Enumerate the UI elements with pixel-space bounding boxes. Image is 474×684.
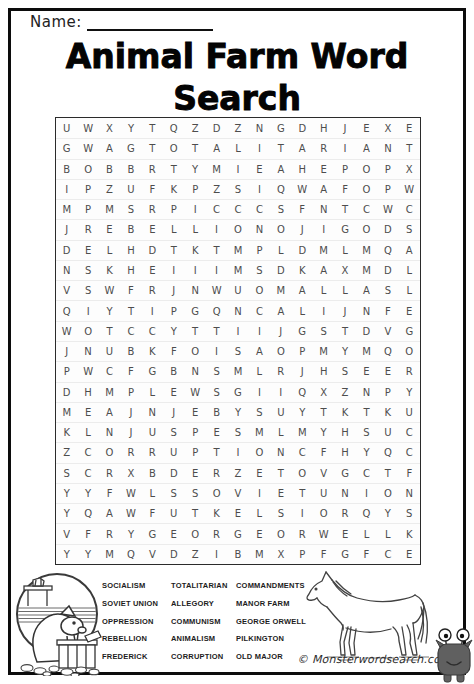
grid-cell-r16c11[interactable]: L (270, 422, 291, 442)
grid-cell-r9c12[interactable]: A (292, 280, 313, 300)
grid-cell-r6c4[interactable]: B (120, 219, 141, 239)
grid-cell-r19c16[interactable]: O (377, 483, 398, 503)
grid-cell-r21c13[interactable]: W (313, 523, 334, 543)
grid-cell-r6c3[interactable]: E (99, 219, 120, 239)
grid-cell-r12c5[interactable]: K (142, 341, 163, 361)
grid-cell-r13c6[interactable]: B (163, 361, 184, 381)
grid-cell-r6c2[interactable]: R (77, 219, 98, 239)
grid-cell-r15c2[interactable]: E (77, 402, 98, 422)
grid-cell-r15c14[interactable]: K (334, 402, 355, 422)
grid-cell-r7c7[interactable]: K (184, 240, 205, 260)
grid-cell-r2c6[interactable]: O (163, 138, 184, 158)
grid-cell-r12c8[interactable]: I (206, 341, 227, 361)
grid-cell-r7c11[interactable]: L (270, 240, 291, 260)
grid-cell-r22c9[interactable]: B (227, 544, 248, 564)
grid-cell-r11c1[interactable]: W (56, 321, 77, 341)
grid-cell-r13c15[interactable]: E (356, 361, 377, 381)
grid-cell-r9c3[interactable]: W (99, 280, 120, 300)
grid-cell-r17c3[interactable]: O (99, 442, 120, 462)
grid-cell-r16c4[interactable]: J (120, 422, 141, 442)
grid-cell-r2c8[interactable]: A (206, 138, 227, 158)
grid-cell-r20c10[interactable]: L (249, 503, 270, 523)
grid-cell-r3c13[interactable]: E (313, 159, 334, 179)
grid-cell-r12c16[interactable]: Q (377, 341, 398, 361)
grid-cell-r21c11[interactable]: O (270, 523, 291, 543)
grid-cell-r2c7[interactable]: T (184, 138, 205, 158)
grid-cell-r21c1[interactable]: V (56, 523, 77, 543)
grid-cell-r18c6[interactable]: D (163, 463, 184, 483)
grid-cell-r1c16[interactable]: X (377, 118, 398, 138)
grid-cell-r6c15[interactable]: O (356, 219, 377, 239)
grid-cell-r11c13[interactable]: S (313, 321, 334, 341)
grid-cell-r21c6[interactable]: E (163, 523, 184, 543)
grid-cell-r22c3[interactable]: M (99, 544, 120, 564)
grid-cell-r12c1[interactable]: J (56, 341, 77, 361)
grid-cell-r15c6[interactable]: J (163, 402, 184, 422)
grid-cell-r17c6[interactable]: U (163, 442, 184, 462)
grid-cell-r4c5[interactable]: F (142, 179, 163, 199)
grid-cell-r17c5[interactable]: R (142, 442, 163, 462)
grid-cell-r2c9[interactable]: L (227, 138, 248, 158)
grid-cell-r17c7[interactable]: P (184, 442, 205, 462)
grid-cell-r10c8[interactable]: Q (206, 300, 227, 320)
grid-cell-r7c8[interactable]: T (206, 240, 227, 260)
grid-cell-r19c9[interactable]: V (227, 483, 248, 503)
grid-cell-r1c7[interactable]: Z (184, 118, 205, 138)
grid-cell-r10c5[interactable]: I (142, 300, 163, 320)
grid-cell-r16c10[interactable]: M (249, 422, 270, 442)
grid-cell-r15c10[interactable]: S (249, 402, 270, 422)
grid-cell-r4c15[interactable]: O (356, 179, 377, 199)
grid-cell-r4c11[interactable]: Q (270, 179, 291, 199)
grid-cell-r11c3[interactable]: T (99, 321, 120, 341)
grid-cell-r10c10[interactable]: C (249, 300, 270, 320)
grid-cell-r3c14[interactable]: P (334, 159, 355, 179)
grid-cell-r6c11[interactable]: O (270, 219, 291, 239)
grid-cell-r16c16[interactable]: U (377, 422, 398, 442)
grid-cell-r5c4[interactable]: S (120, 199, 141, 219)
grid-cell-r21c12[interactable]: R (292, 523, 313, 543)
grid-cell-r8c17[interactable]: L (399, 260, 420, 280)
grid-cell-r15c1[interactable]: M (56, 402, 77, 422)
grid-cell-r2c4[interactable]: G (120, 138, 141, 158)
grid-cell-r6c8[interactable]: I (206, 219, 227, 239)
grid-cell-r7c4[interactable]: H (120, 240, 141, 260)
grid-cell-r1c6[interactable]: Q (163, 118, 184, 138)
grid-cell-r3c12[interactable]: H (292, 159, 313, 179)
grid-cell-r13c1[interactable]: P (56, 361, 77, 381)
grid-cell-r13c4[interactable]: F (120, 361, 141, 381)
grid-cell-r16c14[interactable]: H (334, 422, 355, 442)
grid-cell-r6c12[interactable]: J (292, 219, 313, 239)
grid-cell-r10c15[interactable]: N (356, 300, 377, 320)
grid-cell-r13c14[interactable]: S (334, 361, 355, 381)
grid-cell-r14c3[interactable]: M (99, 382, 120, 402)
grid-cell-r4c14[interactable]: F (334, 179, 355, 199)
grid-cell-r22c2[interactable]: Y (77, 544, 98, 564)
grid-cell-r14c13[interactable]: X (313, 382, 334, 402)
grid-cell-r20c16[interactable]: Y (377, 503, 398, 523)
grid-cell-r2c16[interactable]: N (377, 138, 398, 158)
grid-cell-r19c12[interactable]: T (292, 483, 313, 503)
grid-cell-r15c17[interactable]: U (399, 402, 420, 422)
grid-cell-r15c5[interactable]: N (142, 402, 163, 422)
grid-cell-r18c13[interactable]: V (313, 463, 334, 483)
grid-cell-r17c12[interactable]: C (292, 442, 313, 462)
grid-cell-r9c8[interactable]: W (206, 280, 227, 300)
grid-cell-r18c4[interactable]: X (120, 463, 141, 483)
grid-cell-r3c4[interactable]: B (120, 159, 141, 179)
grid-cell-r8c7[interactable]: I (184, 260, 205, 280)
grid-cell-r12c7[interactable]: O (184, 341, 205, 361)
grid-cell-r8c6[interactable]: I (163, 260, 184, 280)
grid-cell-r11c5[interactable]: C (142, 321, 163, 341)
grid-cell-r10c9[interactable]: N (227, 300, 248, 320)
grid-cell-r15c12[interactable]: Y (292, 402, 313, 422)
grid-cell-r10c3[interactable]: Y (99, 300, 120, 320)
grid-cell-r10c13[interactable]: I (313, 300, 334, 320)
grid-cell-r7c5[interactable]: D (142, 240, 163, 260)
grid-cell-r17c13[interactable]: F (313, 442, 334, 462)
grid-cell-r17c14[interactable]: H (334, 442, 355, 462)
grid-cell-r4c8[interactable]: Z (206, 179, 227, 199)
grid-cell-r20c8[interactable]: K (206, 503, 227, 523)
grid-cell-r3c3[interactable]: B (99, 159, 120, 179)
grid-cell-r18c15[interactable]: C (356, 463, 377, 483)
grid-cell-r3c11[interactable]: A (270, 159, 291, 179)
grid-cell-r17c16[interactable]: Q (377, 442, 398, 462)
grid-cell-r16c9[interactable]: S (227, 422, 248, 442)
grid-cell-r7c3[interactable]: L (99, 240, 120, 260)
grid-cell-r11c9[interactable]: I (227, 321, 248, 341)
grid-cell-r1c2[interactable]: W (77, 118, 98, 138)
grid-cell-r22c8[interactable]: I (206, 544, 227, 564)
grid-cell-r19c10[interactable]: I (249, 483, 270, 503)
grid-cell-r14c9[interactable]: G (227, 382, 248, 402)
grid-cell-r2c5[interactable]: T (142, 138, 163, 158)
grid-cell-r8c2[interactable]: S (77, 260, 98, 280)
grid-cell-r16c8[interactable]: E (206, 422, 227, 442)
grid-cell-r15c7[interactable]: E (184, 402, 205, 422)
grid-cell-r1c1[interactable]: U (56, 118, 77, 138)
grid-cell-r6c6[interactable]: L (163, 219, 184, 239)
grid-cell-r5c14[interactable]: T (334, 199, 355, 219)
grid-cell-r15c3[interactable]: A (99, 402, 120, 422)
grid-cell-r9c4[interactable]: F (120, 280, 141, 300)
grid-cell-r8c5[interactable]: E (142, 260, 163, 280)
grid-cell-r12c3[interactable]: U (99, 341, 120, 361)
grid-cell-r6c7[interactable]: L (184, 219, 205, 239)
grid-cell-r20c15[interactable]: Q (356, 503, 377, 523)
grid-cell-r16c2[interactable]: L (77, 422, 98, 442)
grid-cell-r9c10[interactable]: O (249, 280, 270, 300)
grid-cell-r1c3[interactable]: X (99, 118, 120, 138)
grid-cell-r14c16[interactable]: P (377, 382, 398, 402)
grid-cell-r1c10[interactable]: N (249, 118, 270, 138)
grid-cell-r13c9[interactable]: M (227, 361, 248, 381)
grid-cell-r6c14[interactable]: G (334, 219, 355, 239)
grid-cell-r8c1[interactable]: N (56, 260, 77, 280)
grid-cell-r13c12[interactable]: J (292, 361, 313, 381)
grid-cell-r16c15[interactable]: S (356, 422, 377, 442)
grid-cell-r9c13[interactable]: L (313, 280, 334, 300)
grid-cell-r17c4[interactable]: R (120, 442, 141, 462)
grid-cell-r7c15[interactable]: M (356, 240, 377, 260)
grid-cell-r21c9[interactable]: G (227, 523, 248, 543)
grid-cell-r6c13[interactable]: I (313, 219, 334, 239)
grid-cell-r7c12[interactable]: D (292, 240, 313, 260)
grid-cell-r1c9[interactable]: Z (227, 118, 248, 138)
grid-cell-r18c10[interactable]: E (249, 463, 270, 483)
grid-cell-r11c15[interactable]: D (356, 321, 377, 341)
grid-cell-r20c5[interactable]: F (142, 503, 163, 523)
grid-cell-r21c4[interactable]: Y (120, 523, 141, 543)
grid-cell-r9c15[interactable]: A (356, 280, 377, 300)
grid-cell-r14c12[interactable]: Q (292, 382, 313, 402)
grid-cell-r18c9[interactable]: Z (227, 463, 248, 483)
grid-cell-r2c3[interactable]: A (99, 138, 120, 158)
grid-cell-r3c6[interactable]: T (163, 159, 184, 179)
grid-cell-r21c7[interactable]: O (184, 523, 205, 543)
grid-cell-r9c11[interactable]: M (270, 280, 291, 300)
grid-cell-r4c2[interactable]: P (77, 179, 98, 199)
grid-cell-r3c17[interactable]: X (399, 159, 420, 179)
grid-cell-r19c15[interactable]: I (356, 483, 377, 503)
grid-cell-r2c2[interactable]: W (77, 138, 98, 158)
grid-cell-r14c2[interactable]: H (77, 382, 98, 402)
grid-cell-r15c9[interactable]: Y (227, 402, 248, 422)
grid-cell-r18c11[interactable]: T (270, 463, 291, 483)
grid-cell-r4c10[interactable]: I (249, 179, 270, 199)
grid-cell-r1c8[interactable]: D (206, 118, 227, 138)
grid-cell-r16c1[interactable]: K (56, 422, 77, 442)
grid-cell-r18c2[interactable]: C (77, 463, 98, 483)
grid-cell-r10c7[interactable]: G (184, 300, 205, 320)
grid-cell-r8c15[interactable]: M (356, 260, 377, 280)
grid-cell-r20c17[interactable]: S (399, 503, 420, 523)
grid-cell-r8c4[interactable]: H (120, 260, 141, 280)
grid-cell-r22c13[interactable]: F (313, 544, 334, 564)
grid-cell-r2c17[interactable]: T (399, 138, 420, 158)
grid-cell-r12c6[interactable]: F (163, 341, 184, 361)
grid-cell-r8c16[interactable]: D (377, 260, 398, 280)
grid-cell-r12c15[interactable]: M (356, 341, 377, 361)
grid-cell-r14c10[interactable]: I (249, 382, 270, 402)
grid-cell-r14c1[interactable]: D (56, 382, 77, 402)
grid-cell-r19c3[interactable]: F (99, 483, 120, 503)
grid-cell-r3c7[interactable]: Y (184, 159, 205, 179)
grid-cell-r19c1[interactable]: Y (56, 483, 77, 503)
grid-cell-r14c6[interactable]: E (163, 382, 184, 402)
grid-cell-r10c16[interactable]: F (377, 300, 398, 320)
grid-cell-r9c7[interactable]: N (184, 280, 205, 300)
grid-cell-r10c12[interactable]: L (292, 300, 313, 320)
grid-cell-r20c9[interactable]: E (227, 503, 248, 523)
grid-cell-r14c7[interactable]: W (184, 382, 205, 402)
grid-cell-r11c17[interactable]: G (399, 321, 420, 341)
grid-cell-r8c12[interactable]: K (292, 260, 313, 280)
grid-cell-r22c10[interactable]: M (249, 544, 270, 564)
grid-cell-r9c14[interactable]: L (334, 280, 355, 300)
grid-cell-r12c4[interactable]: B (120, 341, 141, 361)
grid-cell-r14c5[interactable]: L (142, 382, 163, 402)
grid-cell-r10c2[interactable]: I (77, 300, 98, 320)
grid-cell-r8c9[interactable]: M (227, 260, 248, 280)
grid-cell-r18c3[interactable]: R (99, 463, 120, 483)
grid-cell-r15c15[interactable]: T (356, 402, 377, 422)
grid-cell-r19c5[interactable]: L (142, 483, 163, 503)
name-input-line[interactable] (87, 16, 213, 31)
grid-cell-r15c4[interactable]: J (120, 402, 141, 422)
grid-cell-r19c4[interactable]: W (120, 483, 141, 503)
grid-cell-r14c11[interactable]: I (270, 382, 291, 402)
grid-cell-r11c7[interactable]: T (184, 321, 205, 341)
grid-cell-r5c5[interactable]: R (142, 199, 163, 219)
grid-cell-r22c7[interactable]: Z (184, 544, 205, 564)
grid-cell-r3c8[interactable]: M (206, 159, 227, 179)
grid-cell-r8c8[interactable]: I (206, 260, 227, 280)
grid-cell-r5c13[interactable]: N (313, 199, 334, 219)
grid-cell-r16c5[interactable]: U (142, 422, 163, 442)
grid-cell-r1c17[interactable]: E (399, 118, 420, 138)
grid-cell-r14c17[interactable]: Y (399, 382, 420, 402)
grid-cell-r7c9[interactable]: M (227, 240, 248, 260)
grid-cell-r18c7[interactable]: E (184, 463, 205, 483)
grid-cell-r1c5[interactable]: T (142, 118, 163, 138)
grid-cell-r19c2[interactable]: Y (77, 483, 98, 503)
grid-cell-r19c13[interactable]: U (313, 483, 334, 503)
grid-cell-r11c10[interactable]: I (249, 321, 270, 341)
grid-cell-r1c4[interactable]: Y (120, 118, 141, 138)
grid-cell-r2c12[interactable]: A (292, 138, 313, 158)
grid-cell-r14c8[interactable]: S (206, 382, 227, 402)
grid-cell-r22c5[interactable]: V (142, 544, 163, 564)
grid-cell-r13c10[interactable]: L (249, 361, 270, 381)
grid-cell-r17c8[interactable]: T (206, 442, 227, 462)
grid-cell-r22c4[interactable]: Q (120, 544, 141, 564)
grid-cell-r5c3[interactable]: M (99, 199, 120, 219)
grid-cell-r20c11[interactable]: S (270, 503, 291, 523)
grid-cell-r18c1[interactable]: S (56, 463, 77, 483)
grid-cell-r20c1[interactable]: Y (56, 503, 77, 523)
grid-cell-r8c10[interactable]: S (249, 260, 270, 280)
grid-cell-r10c17[interactable]: E (399, 300, 420, 320)
grid-cell-r21c3[interactable]: R (99, 523, 120, 543)
grid-cell-r13c17[interactable]: R (399, 361, 420, 381)
grid-cell-r7c16[interactable]: Q (377, 240, 398, 260)
grid-cell-r20c13[interactable]: O (313, 503, 334, 523)
grid-cell-r19c6[interactable]: S (163, 483, 184, 503)
grid-cell-r4c12[interactable]: W (292, 179, 313, 199)
grid-cell-r12c11[interactable]: O (270, 341, 291, 361)
grid-cell-r5c12[interactable]: F (292, 199, 313, 219)
grid-cell-r11c11[interactable]: J (270, 321, 291, 341)
grid-cell-r17c1[interactable]: Z (56, 442, 77, 462)
grid-cell-r19c8[interactable]: O (206, 483, 227, 503)
grid-cell-r21c15[interactable]: L (356, 523, 377, 543)
grid-cell-r20c3[interactable]: A (99, 503, 120, 523)
grid-cell-r16c12[interactable]: M (292, 422, 313, 442)
grid-cell-r21c5[interactable]: G (142, 523, 163, 543)
grid-cell-r13c7[interactable]: N (184, 361, 205, 381)
grid-cell-r5c16[interactable]: W (377, 199, 398, 219)
grid-cell-r12c2[interactable]: N (77, 341, 98, 361)
grid-cell-r22c14[interactable]: G (334, 544, 355, 564)
grid-cell-r1c15[interactable]: E (356, 118, 377, 138)
grid-cell-r15c13[interactable]: T (313, 402, 334, 422)
grid-cell-r8c13[interactable]: A (313, 260, 334, 280)
grid-cell-r22c17[interactable]: E (399, 544, 420, 564)
grid-cell-r21c10[interactable]: E (249, 523, 270, 543)
grid-cell-r13c11[interactable]: R (270, 361, 291, 381)
grid-cell-r20c7[interactable]: T (184, 503, 205, 523)
grid-cell-r21c2[interactable]: F (77, 523, 98, 543)
grid-cell-r22c15[interactable]: F (356, 544, 377, 564)
grid-cell-r2c11[interactable]: T (270, 138, 291, 158)
grid-cell-r5c17[interactable]: C (399, 199, 420, 219)
grid-cell-r7c17[interactable]: A (399, 240, 420, 260)
grid-cell-r12c10[interactable]: A (249, 341, 270, 361)
grid-cell-r9c2[interactable]: S (77, 280, 98, 300)
grid-cell-r2c1[interactable]: G (56, 138, 77, 158)
grid-cell-r10c1[interactable]: Q (56, 300, 77, 320)
grid-cell-r4c6[interactable]: K (163, 179, 184, 199)
grid-cell-r7c2[interactable]: E (77, 240, 98, 260)
grid-cell-r17c9[interactable]: I (227, 442, 248, 462)
grid-cell-r20c4[interactable]: W (120, 503, 141, 523)
grid-cell-r3c15[interactable]: O (356, 159, 377, 179)
grid-cell-r9c16[interactable]: S (377, 280, 398, 300)
grid-cell-r6c9[interactable]: O (227, 219, 248, 239)
grid-cell-r6c10[interactable]: N (249, 219, 270, 239)
grid-cell-r8c3[interactable]: K (99, 260, 120, 280)
grid-cell-r19c11[interactable]: E (270, 483, 291, 503)
grid-cell-r7c1[interactable]: D (56, 240, 77, 260)
grid-cell-r18c8[interactable]: R (206, 463, 227, 483)
grid-cell-r15c8[interactable]: B (206, 402, 227, 422)
grid-cell-r4c13[interactable]: A (313, 179, 334, 199)
grid-cell-r20c12[interactable]: I (292, 503, 313, 523)
grid-cell-r7c6[interactable]: T (163, 240, 184, 260)
grid-cell-r5c1[interactable]: M (56, 199, 77, 219)
grid-cell-r17c11[interactable]: N (270, 442, 291, 462)
grid-cell-r15c11[interactable]: U (270, 402, 291, 422)
grid-cell-r6c17[interactable]: S (399, 219, 420, 239)
grid-cell-r14c15[interactable]: N (356, 382, 377, 402)
grid-cell-r12c9[interactable]: S (227, 341, 248, 361)
grid-cell-r17c10[interactable]: O (249, 442, 270, 462)
grid-cell-r12c13[interactable]: M (313, 341, 334, 361)
grid-cell-r6c16[interactable]: D (377, 219, 398, 239)
grid-cell-r15c16[interactable]: K (377, 402, 398, 422)
grid-cell-r4c17[interactable]: W (399, 179, 420, 199)
grid-cell-r2c14[interactable]: I (334, 138, 355, 158)
grid-cell-r22c11[interactable]: X (270, 544, 291, 564)
grid-cell-r22c1[interactable]: Y (56, 544, 77, 564)
grid-cell-r10c6[interactable]: P (163, 300, 184, 320)
grid-cell-r5c15[interactable]: C (356, 199, 377, 219)
grid-cell-r18c17[interactable]: F (399, 463, 420, 483)
grid-cell-r17c2[interactable]: C (77, 442, 98, 462)
grid-cell-r12c12[interactable]: P (292, 341, 313, 361)
grid-cell-r19c7[interactable]: S (184, 483, 205, 503)
grid-cell-r20c6[interactable]: U (163, 503, 184, 523)
grid-cell-r12c14[interactable]: Y (334, 341, 355, 361)
grid-cell-r19c17[interactable]: N (399, 483, 420, 503)
grid-cell-r16c17[interactable]: C (399, 422, 420, 442)
grid-cell-r13c5[interactable]: G (142, 361, 163, 381)
grid-cell-r4c7[interactable]: P (184, 179, 205, 199)
